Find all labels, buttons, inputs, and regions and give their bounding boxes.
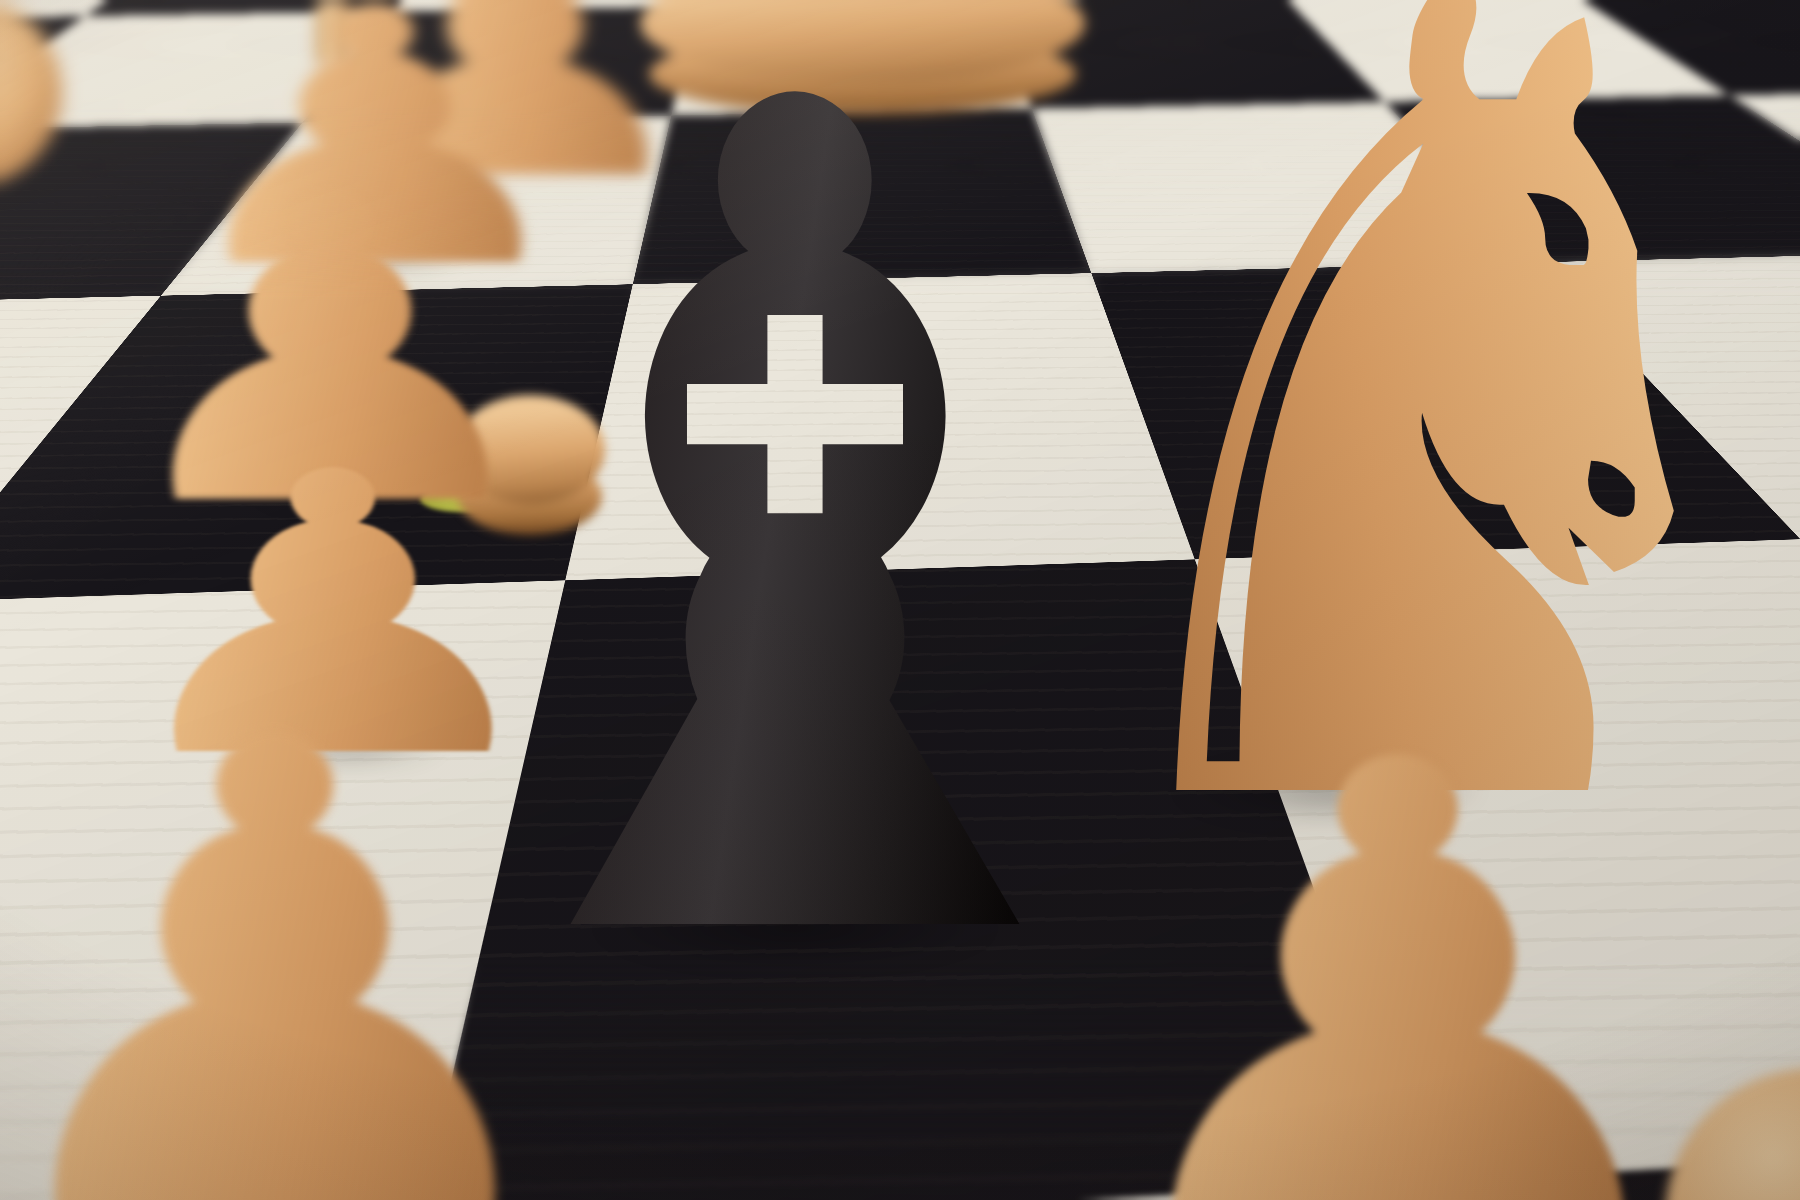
pieces-layer: ♝♞♟♟♟♟♟♟ [0,0,1800,1200]
piece-white-pawn-c3[interactable]: ♟ [0,653,716,1200]
piece-white-pawn-f3[interactable]: ♟ [944,673,1800,1200]
chess-photo-frame: ♝♞♟♟♟♟♟♟ [0,0,1800,1200]
